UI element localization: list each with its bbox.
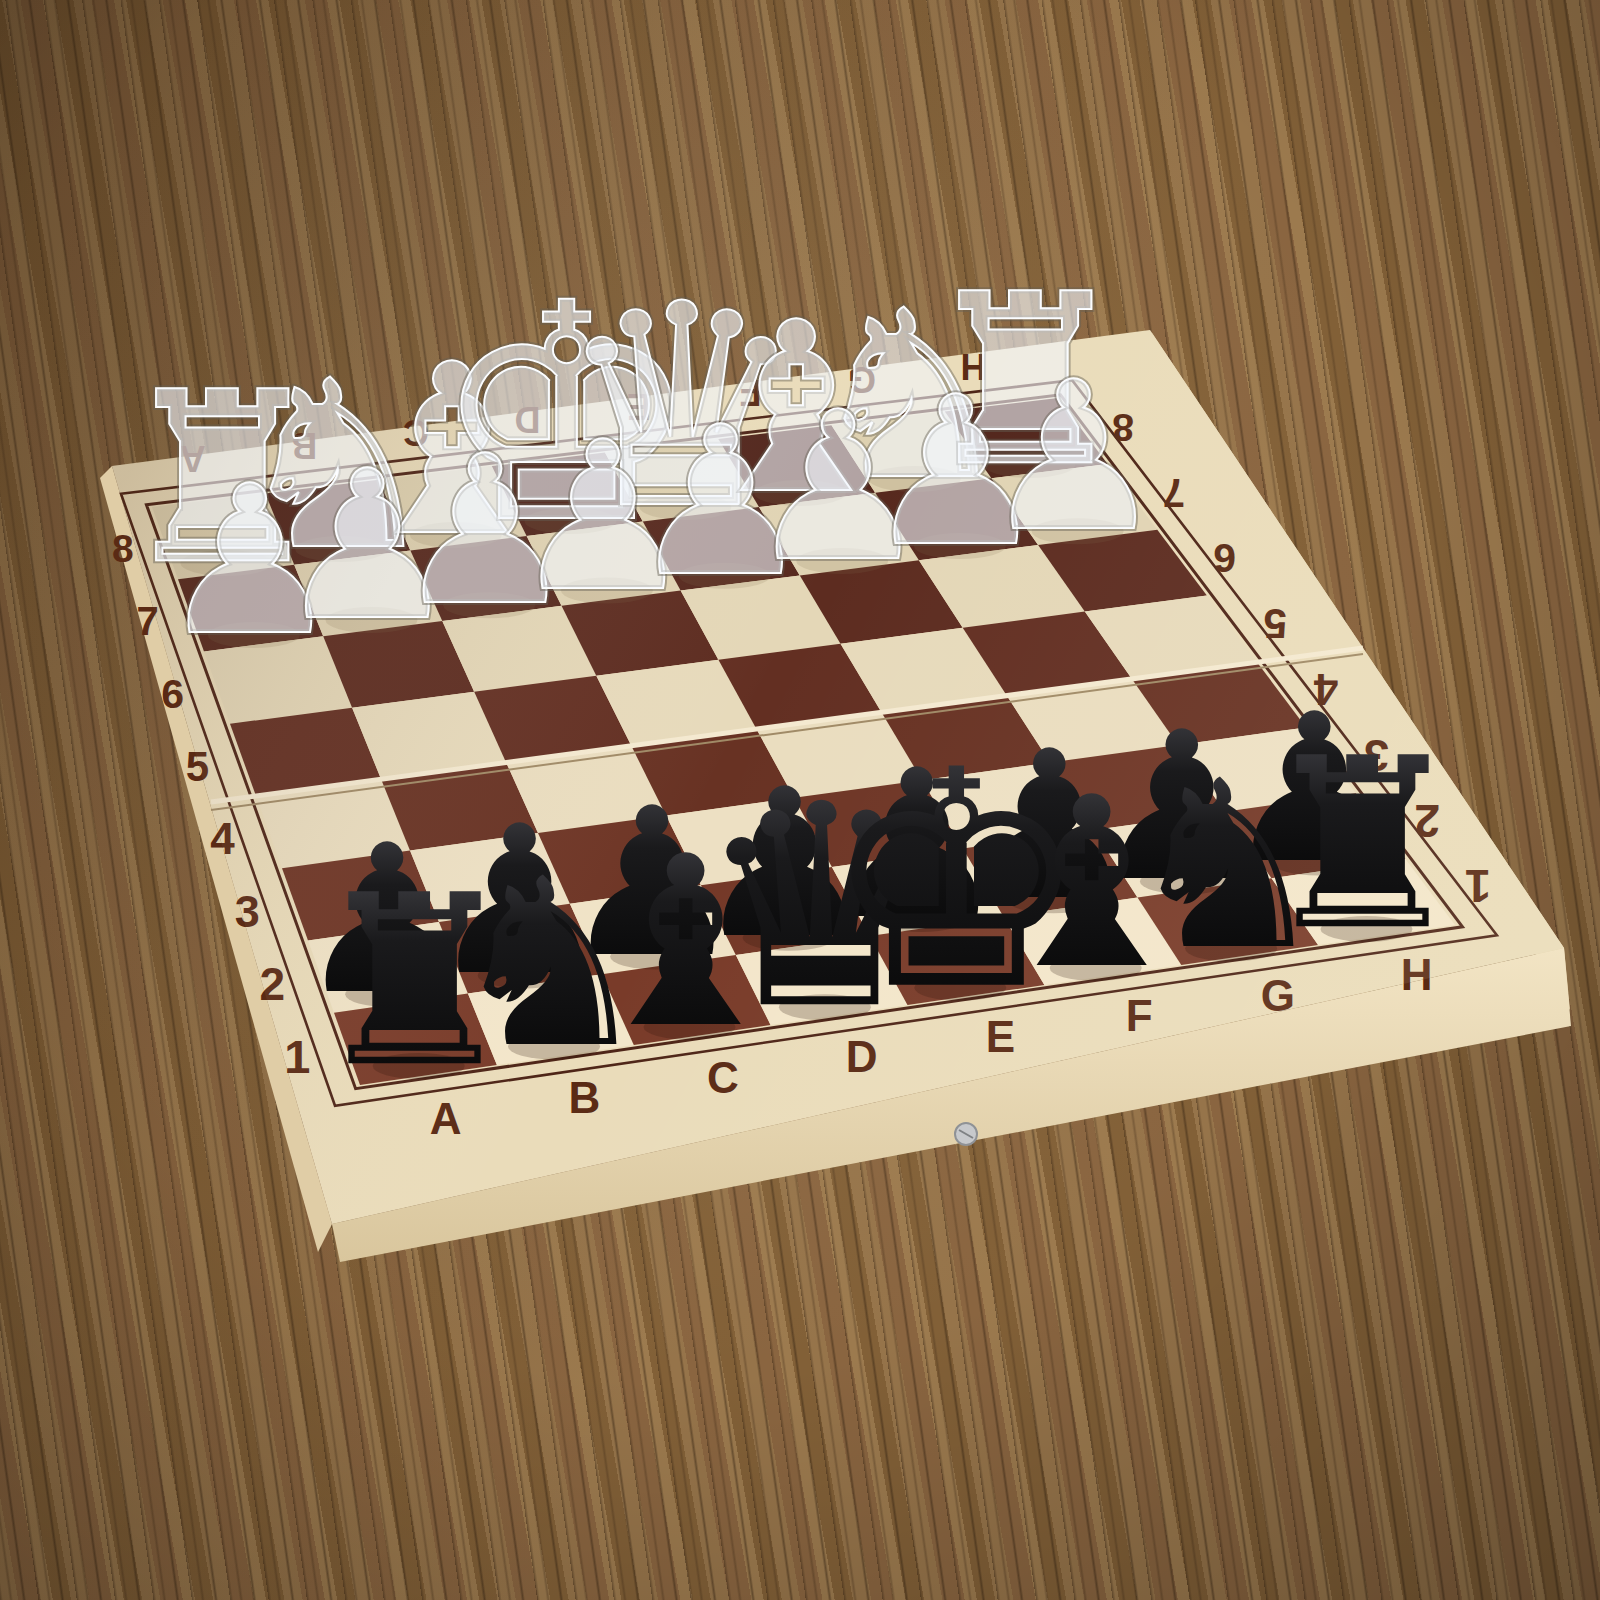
piece-black-rook-h1[interactable]: ♜ bbox=[1257, 708, 1468, 981]
rank-label-right-5: 5 bbox=[1264, 600, 1287, 647]
rank-label-left-5: 5 bbox=[186, 743, 209, 790]
photo-scene: Folding wooden chess board photographed … bbox=[0, 0, 1600, 1600]
rank-label-left-4: 4 bbox=[210, 814, 235, 863]
front-hinge-screw bbox=[955, 1123, 977, 1145]
rank-label-right-7: 7 bbox=[1163, 471, 1185, 515]
black-piece-glyph: ♜ bbox=[1257, 708, 1468, 981]
chess-board: AABBCCDDEEFFGGHH8877665544332211♜♜♞♞♝♝♚♚… bbox=[0, 0, 1600, 1600]
clear-piece-glyph: ♟ bbox=[982, 338, 1166, 576]
rank-label-right-1: 1 bbox=[1465, 860, 1491, 913]
piece-white-pawn-h7[interactable]: ♟♟ bbox=[982, 338, 1166, 576]
rank-label-right-6: 6 bbox=[1213, 535, 1236, 581]
rank-label-left-3: 3 bbox=[235, 886, 260, 937]
rank-label-left-2: 2 bbox=[260, 958, 286, 1010]
